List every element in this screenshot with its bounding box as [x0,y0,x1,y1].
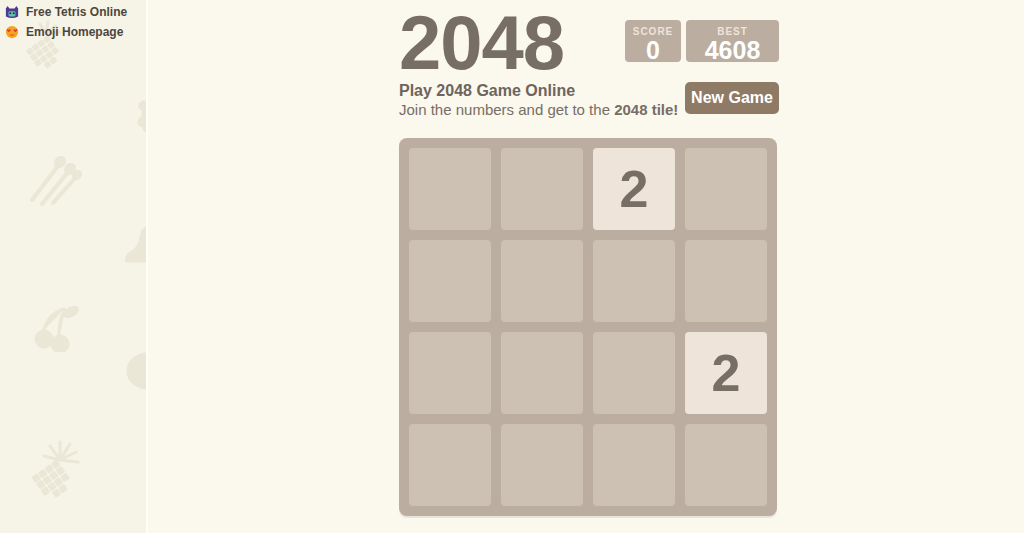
grid-cell [409,240,491,322]
tile-2: 2 [593,148,675,230]
skewers-watermark-icon [26,146,82,208]
grid-cell [409,424,491,506]
score-box: SCORE 0 [625,20,681,62]
grid-cell [593,424,675,506]
citrus-slice-watermark-icon [122,350,148,392]
tagline: Join the numbers and get to the 2048 til… [399,100,678,119]
board-grid[interactable]: 22 [399,138,777,516]
grid-cell [409,332,491,414]
best-box: BEST 4608 [686,20,779,62]
grid-cell [685,424,767,506]
boot-watermark-icon [124,226,148,264]
grid-cell [685,148,767,230]
grid-cell [501,148,583,230]
pineapple-watermark-icon [26,436,84,498]
sidebar: Free Tetris Online Emoji Homepage [0,0,148,533]
cherries-watermark-icon [32,302,80,352]
grapes-watermark-icon [136,100,148,132]
grid-cell [501,240,583,322]
game-2048: 2048 SCORE 0 BEST 4608 Play 2048 Game On… [399,0,779,533]
new-game-button[interactable]: New Game [685,82,779,114]
heart-eyes-emoji-favicon-icon [5,25,19,39]
tagline-text: Join the numbers and get to the [399,101,614,118]
link-free-tetris-online[interactable]: Free Tetris Online [5,4,127,20]
best-value: 4608 [705,38,761,62]
link-emoji-homepage[interactable]: Emoji Homepage [5,24,127,40]
tagline-bold-text: 2048 tile! [614,101,678,118]
taglines: Play 2048 Game Online Join the numbers a… [399,81,678,119]
link-label: Free Tetris Online [26,5,127,19]
link-label: Emoji Homepage [26,25,123,39]
grid-cell [409,148,491,230]
subtitle: Play 2048 Game Online [399,81,678,100]
tetris-favicon-icon [5,5,19,19]
page-title: 2048 [399,5,564,81]
score-value: 0 [646,38,660,62]
grid-cell [685,240,767,322]
score-panel: SCORE 0 BEST 4608 [625,20,779,62]
grid-cell [501,424,583,506]
grid-cell [593,332,675,414]
tile-2: 2 [685,332,767,414]
grid-cell [593,240,675,322]
grid-cell [501,332,583,414]
sidebar-links: Free Tetris Online Emoji Homepage [5,4,127,44]
